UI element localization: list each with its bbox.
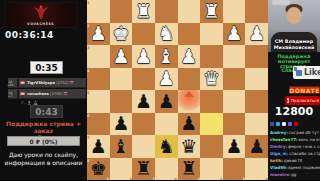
square-e4[interactable]: ♟ [155, 68, 178, 91]
rank-label-4: 4 [87, 68, 90, 72]
black-pawn[interactable]: ♟ [245, 135, 268, 158]
rank-label-6: 6 [87, 113, 90, 117]
square-d4[interactable] [178, 68, 201, 91]
black-pawn[interactable]: ♟ [178, 113, 201, 136]
chat-text: конь на е7 зачем [298, 137, 320, 142]
chat-message: Dmitry:ферзя гони с с4 [270, 144, 304, 149]
rank-label-1: 1 [87, 0, 90, 4]
white-avatar [17, 79, 19, 87]
square-h3[interactable]: 3 [87, 45, 110, 68]
square-h7[interactable]: 7♟ [87, 135, 110, 158]
square-c5[interactable] [200, 90, 223, 113]
black-queen[interactable]: ♛ [178, 135, 201, 158]
square-h4[interactable]: 4 [87, 68, 110, 91]
black-king[interactable]: ♚ [87, 158, 110, 181]
square-e8[interactable]: e [155, 158, 178, 181]
black-bishop[interactable]: ♝ [110, 135, 133, 158]
white-king[interactable]: ♚ [110, 23, 133, 46]
streamer-name: СМ Владимир Михайловский [273, 39, 315, 49]
channel-logo: VOVACHESS [5, 2, 77, 28]
white-bishop[interactable]: ♝ [155, 45, 178, 68]
square-d8[interactable]: d♜ [178, 158, 201, 181]
chat-message: maestro:gg [270, 172, 304, 177]
chat-nick: kotik: [270, 158, 283, 163]
chat-nick: Dmitry: [270, 144, 287, 149]
chat-text: ферзя гони с с4 [288, 144, 320, 149]
square-b6[interactable] [223, 113, 246, 136]
square-c1[interactable]: ♜ [200, 0, 223, 23]
square-b5[interactable] [223, 90, 246, 113]
chat-nick: Vlad99: [270, 165, 288, 170]
square-g2[interactable]: ♚ [110, 23, 133, 46]
chat-nick: maestro: [270, 172, 291, 177]
square-f6[interactable] [132, 113, 155, 136]
square-d2[interactable] [178, 23, 201, 46]
square-f7[interactable] [132, 135, 155, 158]
square-d5[interactable] [178, 90, 201, 113]
rank-label-3: 3 [87, 45, 90, 49]
black-rook[interactable]: ♜ [178, 158, 201, 181]
square-e6[interactable] [155, 113, 178, 136]
social-icons [270, 122, 298, 126]
stream-timer: 00:36:14 [5, 30, 54, 40]
black-pawn[interactable]: ♟ [223, 135, 246, 158]
square-d1[interactable] [178, 0, 201, 23]
square-f5[interactable]: ♟ [132, 90, 155, 113]
twitch-icon[interactable] [288, 122, 292, 126]
square-a8[interactable]: a [245, 158, 268, 181]
square-b2[interactable]: ♟ [223, 23, 246, 46]
chat-text: сыграй d5 тут [289, 130, 319, 135]
white-player-name: TigrVShlyape [27, 80, 55, 84]
square-a1[interactable] [245, 0, 268, 23]
square-d7[interactable]: ♛ [178, 135, 201, 158]
square-a2[interactable]: ♟ [245, 23, 268, 46]
square-f2[interactable] [132, 23, 155, 46]
square-c7[interactable] [200, 135, 223, 158]
chat-text: спасибо за стрим [289, 151, 320, 156]
white-player-rating: (2752) [56, 80, 68, 84]
black-player-name: vovachess [27, 91, 49, 95]
subscriber-count: 12800 [268, 105, 320, 118]
black-title-badge: IM [20, 92, 25, 96]
white-score-delta: +10 [7, 83, 13, 86]
chess-board[interactable]: 1♜♜2♟♚♞♟♟3♟♟♝♟4♟♛5♟♟6♟♟7♟♝♞♛♟♟8h♚gf♜ed♜c… [87, 0, 268, 180]
black-avatar [17, 90, 19, 98]
square-g6[interactable]: ♟ [110, 113, 133, 136]
square-h6[interactable]: 6 [87, 113, 110, 136]
white-flag-icon [70, 82, 74, 84]
youtube-icon[interactable] [294, 122, 298, 126]
last-move-highlight [200, 113, 223, 136]
square-f8[interactable]: f♜ [132, 158, 155, 181]
square-g1[interactable] [110, 0, 133, 23]
square-h5[interactable]: 5 [87, 90, 110, 113]
square-a6[interactable] [245, 113, 268, 136]
chat-text: время поджимает [288, 165, 320, 170]
square-b8[interactable]: b [223, 158, 246, 181]
streamer-face [287, 7, 302, 24]
white-pawn[interactable]: ♟ [87, 23, 110, 46]
black-pawn[interactable]: ♟ [132, 90, 155, 113]
white-pawn[interactable]: ♟ [245, 23, 268, 46]
square-g7[interactable]: ♝ [110, 135, 133, 158]
left-overlay-panel: VOVACHESS 00:36:14 0:35 16+10 IM TigrVSh… [0, 0, 87, 180]
donation-progress-bar: 0 ₽ (0%) [7, 136, 80, 146]
black-score-delta: +7 [8, 94, 12, 97]
square-g5[interactable] [110, 90, 133, 113]
square-e5[interactable]: ♟ [155, 90, 178, 113]
youtube-play-icon [287, 98, 289, 103]
vk-icon[interactable] [270, 122, 274, 126]
black-player-rating: (2700) [50, 91, 62, 95]
square-h2[interactable]: 2♟ [87, 23, 110, 46]
right-panel: СМ Владимир Михайловский Поддержка мотив… [268, 0, 320, 180]
square-h8[interactable]: 8h♚ [87, 158, 110, 181]
telegram-icon[interactable] [276, 122, 280, 126]
square-c3[interactable] [200, 45, 223, 68]
square-e1[interactable] [155, 0, 178, 23]
site-icon[interactable] [282, 122, 286, 126]
square-e2[interactable]: ♞ [155, 23, 178, 46]
square-c2[interactable] [200, 23, 223, 46]
square-a5[interactable] [245, 90, 268, 113]
white-title-badge: IM [20, 81, 25, 85]
chat-nick: Olga_m: [270, 151, 288, 156]
black-pawn[interactable]: ♟ [110, 113, 133, 136]
white-rook[interactable]: ♜ [132, 0, 155, 23]
square-b7[interactable]: ♟ [223, 135, 246, 158]
square-e3[interactable]: ♝ [155, 45, 178, 68]
overlay-pill [272, 0, 290, 5]
square-g3[interactable]: ♟ [110, 45, 133, 68]
stream-screenshot: VOVACHESS 00:36:14 0:35 16+10 IM TigrVSh… [0, 0, 320, 180]
chat-text: давай f4 [284, 158, 302, 163]
rank-label-5: 5 [87, 90, 90, 94]
black-pawn[interactable]: ♟ [155, 90, 178, 113]
square-f3[interactable]: ♟ [132, 45, 155, 68]
white-rook[interactable]: ♜ [200, 0, 223, 23]
eagle-logo-icon [31, 4, 51, 20]
white-pawn[interactable]: ♟ [110, 45, 133, 68]
chat-message: Andrey:сыграй d5 тут [270, 130, 304, 135]
square-h1[interactable]: 1 [87, 0, 110, 23]
square-d3[interactable]: ♟ [178, 45, 201, 68]
square-g8[interactable]: g [110, 158, 133, 181]
white-pawn[interactable]: ♟ [223, 23, 246, 46]
white-pawn[interactable]: ♟ [132, 45, 155, 68]
donate-button[interactable]: DONATE [289, 86, 320, 94]
white-clock: 0:35 [30, 61, 63, 74]
square-g4[interactable] [110, 68, 133, 91]
chat-message: kotik:давай f4 [270, 158, 304, 163]
square-b4[interactable] [223, 68, 246, 91]
chat-panel[interactable]: Andrey:сыграй d5 тутchessfan77:конь на е… [270, 130, 320, 179]
black-rook[interactable]: ♜ [132, 158, 155, 181]
square-e7[interactable]: ♞ [155, 135, 178, 158]
square-a3[interactable] [245, 45, 268, 68]
chat-message: chessfan77:конь на е7 зачем [270, 137, 304, 142]
lessons-info-text: Даю уроки по скайпу, информация в описан… [0, 151, 87, 166]
player-bar-black: 20+7 IM vovachess (2700) [8, 89, 86, 99]
white-queen[interactable]: ♛ [200, 68, 223, 91]
square-f1[interactable]: ♜ [132, 0, 155, 23]
square-c4[interactable]: ♛ [200, 68, 223, 91]
square-a4[interactable] [245, 68, 268, 91]
black-knight[interactable]: ♞ [155, 135, 178, 158]
chat-nick: chessfan77: [270, 137, 298, 142]
square-f4[interactable] [132, 68, 155, 91]
donation-progress-label: 0 ₽ (0%) [29, 138, 57, 145]
square-b1[interactable] [223, 0, 246, 23]
square-c6[interactable] [200, 113, 223, 136]
player-bar-white: 16+10 IM TigrVShlyape (2752) [8, 78, 86, 88]
black-pawn[interactable]: ♟ [87, 135, 110, 158]
black-clock: 0:43 [30, 105, 63, 118]
white-pawn[interactable]: ♟ [155, 68, 178, 91]
red-arrowhead-icon [184, 91, 194, 97]
white-knight[interactable]: ♞ [155, 23, 178, 46]
square-c8[interactable]: c [200, 158, 223, 181]
black-flag-icon [64, 93, 68, 95]
white-pawn[interactable]: ♟ [178, 45, 201, 68]
subscribe-button[interactable]: Подписаться [285, 96, 320, 105]
square-a7[interactable]: ♟ [245, 135, 268, 158]
chat-message: Vlad99:время поджимает [270, 165, 304, 170]
square-b3[interactable] [223, 45, 246, 68]
chat-text: gg [291, 172, 296, 177]
square-d6[interactable]: ♟ [178, 113, 201, 136]
thumbs-up-icon [296, 70, 302, 76]
like-button[interactable]: Like [293, 66, 320, 79]
chat-message: Olga_m:спасибо за стрим [270, 151, 304, 156]
channel-logo-text: VOVACHESS [27, 22, 54, 26]
chat-nick: Andrey: [270, 130, 288, 135]
